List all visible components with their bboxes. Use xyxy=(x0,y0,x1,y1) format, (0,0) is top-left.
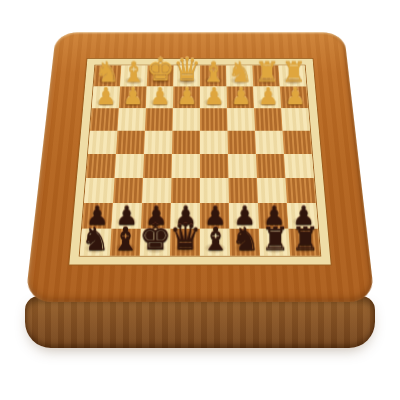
piece-dark-queen: ♛ xyxy=(169,219,201,255)
square-c7: ♟ xyxy=(146,86,173,108)
square-e3 xyxy=(200,178,229,203)
piece-light-pawn: ♟ xyxy=(203,84,224,108)
piece-dark-rook: ♜ xyxy=(261,223,290,255)
square-c5 xyxy=(144,131,172,154)
piece-light-pawn: ♟ xyxy=(149,84,170,108)
chess-set-scene: ♞♝♚♛♝♞♜♜♟♟♟♟♟♟♟♟♟♟♟♟♟♟♟♟♞♝♚♛♝♞♜♜ xyxy=(0,0,400,400)
square-f4 xyxy=(228,154,257,178)
board-border-strip: ♞♝♚♛♝♞♜♜♟♟♟♟♟♟♟♟♟♟♟♟♟♟♟♟♞♝♚♛♝♞♜♜ xyxy=(68,58,332,265)
square-a4 xyxy=(86,154,116,178)
square-a5 xyxy=(88,131,117,154)
square-c4 xyxy=(143,154,172,178)
square-d3 xyxy=(171,178,200,203)
square-g7: ♟ xyxy=(253,86,281,108)
square-f3 xyxy=(228,178,257,203)
square-g4 xyxy=(256,154,285,178)
piece-dark-rook: ♜ xyxy=(291,223,320,255)
piece-dark-bishop: ♝ xyxy=(111,223,140,255)
chess-box-top-frame: ♞♝♚♛♝♞♜♜♟♟♟♟♟♟♟♟♟♟♟♟♟♟♟♟♞♝♚♛♝♞♜♜ xyxy=(25,32,375,302)
square-g5 xyxy=(255,131,284,154)
square-c6 xyxy=(145,108,173,130)
square-h4 xyxy=(284,154,314,178)
square-b1: ♝ xyxy=(110,229,141,256)
product-photo: ♞♝♚♛♝♞♜♜♟♟♟♟♟♟♟♟♟♟♟♟♟♟♟♟♞♝♚♛♝♞♜♜ xyxy=(0,0,400,400)
square-e5 xyxy=(200,131,228,154)
piece-light-pawn: ♟ xyxy=(230,84,251,108)
piece-dark-king: ♚ xyxy=(139,219,171,255)
square-g1: ♜ xyxy=(259,229,290,256)
piece-light-king: ♚ xyxy=(146,54,174,86)
piece-light-pawn: ♟ xyxy=(284,84,305,108)
square-b6 xyxy=(117,108,145,130)
square-a6 xyxy=(90,108,119,130)
piece-dark-bishop: ♝ xyxy=(201,223,230,255)
square-f7: ♟ xyxy=(227,86,254,108)
square-h1: ♜ xyxy=(289,229,321,256)
square-d6 xyxy=(172,108,200,130)
square-d7: ♟ xyxy=(173,86,200,108)
square-d5 xyxy=(172,131,200,154)
square-f1: ♞ xyxy=(230,229,261,256)
square-h7: ♟ xyxy=(280,86,308,108)
square-b7: ♟ xyxy=(119,86,147,108)
square-h3 xyxy=(285,178,316,203)
square-f6 xyxy=(227,108,255,130)
square-d1: ♛ xyxy=(170,229,200,256)
square-c3 xyxy=(142,178,171,203)
square-c1: ♚ xyxy=(140,229,171,256)
square-b5 xyxy=(116,131,145,154)
square-b4 xyxy=(115,154,144,178)
square-g6 xyxy=(254,108,282,130)
piece-light-pawn: ♟ xyxy=(95,84,116,108)
square-e1: ♝ xyxy=(200,229,230,256)
piece-light-pawn: ♟ xyxy=(176,84,197,108)
piece-light-pawn: ♟ xyxy=(122,84,143,108)
piece-light-pawn: ♟ xyxy=(257,84,278,108)
square-e6 xyxy=(200,108,228,130)
square-f5 xyxy=(228,131,256,154)
square-h5 xyxy=(283,131,312,154)
square-b3 xyxy=(113,178,143,203)
square-h6 xyxy=(281,108,310,130)
piece-dark-knight: ♞ xyxy=(81,223,110,255)
piece-dark-knight: ♞ xyxy=(231,223,260,255)
square-e7: ♟ xyxy=(200,86,227,108)
square-a3 xyxy=(84,178,115,203)
square-d4 xyxy=(172,154,200,178)
square-a1: ♞ xyxy=(80,229,112,256)
piece-light-queen: ♛ xyxy=(172,54,200,86)
chess-board: ♞♝♚♛♝♞♜♜♟♟♟♟♟♟♟♟♟♟♟♟♟♟♟♟♞♝♚♛♝♞♜♜ xyxy=(79,65,322,257)
square-g3 xyxy=(257,178,287,203)
square-e4 xyxy=(200,154,228,178)
chess-box-side xyxy=(25,296,375,348)
square-a7: ♟ xyxy=(92,86,120,108)
